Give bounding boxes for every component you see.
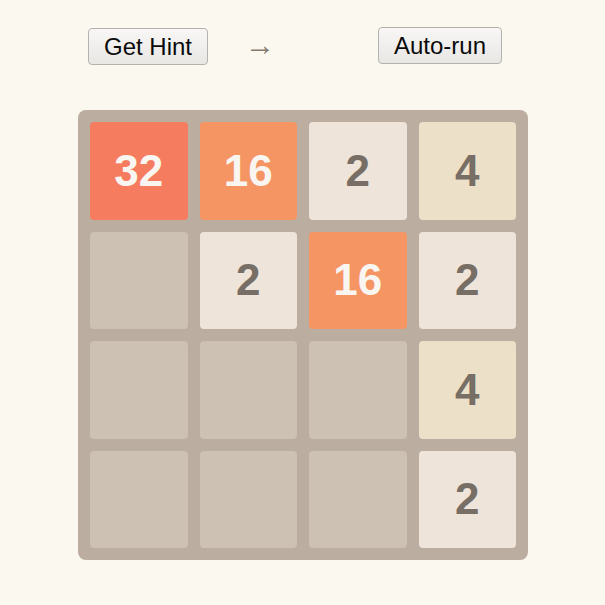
empty-cell: [200, 451, 298, 549]
page: { "game": "2048", "position": { "format"…: [0, 0, 605, 605]
game-board: 321624216242: [78, 110, 528, 560]
tile-16: 16: [200, 122, 298, 220]
empty-cell: [309, 451, 407, 549]
tile-2: 2: [200, 232, 298, 330]
tile-32: 32: [90, 122, 188, 220]
empty-cell: [90, 232, 188, 330]
get-hint-button[interactable]: Get Hint: [88, 28, 208, 65]
auto-run-button[interactable]: Auto-run: [378, 27, 502, 64]
tile-2: 2: [309, 122, 407, 220]
tile-4: 4: [419, 122, 517, 220]
empty-cell: [200, 341, 298, 439]
right-arrow-icon: →: [245, 28, 275, 62]
empty-cell: [309, 341, 407, 439]
tile-16: 16: [309, 232, 407, 330]
tile-4: 4: [419, 341, 517, 439]
toolbar: Get Hint → Auto-run: [0, 0, 605, 100]
tile-2: 2: [419, 451, 517, 549]
tile-2: 2: [419, 232, 517, 330]
empty-cell: [90, 451, 188, 549]
empty-cell: [90, 341, 188, 439]
